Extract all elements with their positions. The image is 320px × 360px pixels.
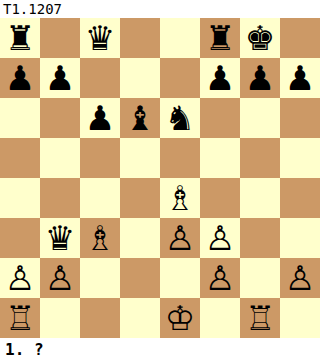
square-h5[interactable] [280,138,320,178]
square-e3[interactable]: ♙ [160,218,200,258]
square-b2[interactable]: ♙ [40,258,80,298]
square-c1[interactable] [80,298,120,338]
square-b6[interactable] [40,98,80,138]
square-d3[interactable] [120,218,160,258]
square-f4[interactable] [200,178,240,218]
square-f2[interactable]: ♙ [200,258,240,298]
move-prompt: 1. ? [0,338,320,360]
square-e8[interactable] [160,18,200,58]
square-h2[interactable]: ♙ [280,258,320,298]
puzzle-title: T1.1207 [0,0,320,18]
square-g6[interactable] [240,98,280,138]
piece-black-rook: ♜ [5,18,35,58]
piece-black-rook: ♜ [205,18,235,58]
square-a7[interactable]: ♟ [0,58,40,98]
square-g4[interactable] [240,178,280,218]
square-a8[interactable]: ♜ [0,18,40,58]
square-f8[interactable]: ♜ [200,18,240,58]
piece-white-pawn: ♙ [285,258,315,298]
square-h7[interactable]: ♟ [280,58,320,98]
square-d1[interactable] [120,298,160,338]
square-a4[interactable] [0,178,40,218]
piece-black-pawn: ♟ [85,98,115,138]
piece-white-pawn: ♙ [5,258,35,298]
square-e2[interactable] [160,258,200,298]
piece-black-pawn: ♟ [285,58,315,98]
square-f3[interactable]: ♙ [200,218,240,258]
piece-white-pawn: ♙ [165,218,195,258]
square-b3[interactable]: ♛ [40,218,80,258]
piece-white-pawn: ♙ [205,258,235,298]
square-e7[interactable] [160,58,200,98]
square-c7[interactable] [80,58,120,98]
square-e5[interactable] [160,138,200,178]
piece-white-rook: ♖ [5,298,35,338]
chess-board: ♜♛♜♚♟♟♟♟♟♟♝♞♗♛♗♙♙♙♙♙♙♖♔♖ [0,18,320,338]
square-c3[interactable]: ♗ [80,218,120,258]
square-e6[interactable]: ♞ [160,98,200,138]
square-a3[interactable] [0,218,40,258]
square-g1[interactable]: ♖ [240,298,280,338]
square-c5[interactable] [80,138,120,178]
square-d6[interactable]: ♝ [120,98,160,138]
square-g7[interactable]: ♟ [240,58,280,98]
square-h4[interactable] [280,178,320,218]
piece-black-pawn: ♟ [245,58,275,98]
square-c4[interactable] [80,178,120,218]
piece-black-pawn: ♟ [5,58,35,98]
square-e1[interactable]: ♔ [160,298,200,338]
square-b8[interactable] [40,18,80,58]
square-b7[interactable]: ♟ [40,58,80,98]
square-g3[interactable] [240,218,280,258]
piece-white-pawn: ♙ [45,258,75,298]
square-f7[interactable]: ♟ [200,58,240,98]
piece-white-bishop: ♗ [85,218,115,258]
square-b1[interactable] [40,298,80,338]
piece-black-pawn: ♟ [205,58,235,98]
square-b5[interactable] [40,138,80,178]
square-a1[interactable]: ♖ [0,298,40,338]
piece-white-bishop: ♗ [165,178,195,218]
piece-black-king: ♚ [245,18,275,58]
square-h8[interactable] [280,18,320,58]
square-c6[interactable]: ♟ [80,98,120,138]
square-d2[interactable] [120,258,160,298]
piece-white-king: ♔ [165,298,195,338]
piece-black-pawn: ♟ [45,58,75,98]
square-h1[interactable] [280,298,320,338]
square-d7[interactable] [120,58,160,98]
piece-black-knight: ♞ [165,98,195,138]
square-f1[interactable] [200,298,240,338]
square-a2[interactable]: ♙ [0,258,40,298]
square-h3[interactable] [280,218,320,258]
square-h6[interactable] [280,98,320,138]
square-f5[interactable] [200,138,240,178]
square-g8[interactable]: ♚ [240,18,280,58]
square-c2[interactable] [80,258,120,298]
square-g5[interactable] [240,138,280,178]
square-d4[interactable] [120,178,160,218]
square-d5[interactable] [120,138,160,178]
square-a5[interactable] [0,138,40,178]
piece-black-bishop: ♝ [125,98,155,138]
piece-white-rook: ♖ [245,298,275,338]
square-d8[interactable] [120,18,160,58]
square-e4[interactable]: ♗ [160,178,200,218]
piece-black-queen: ♛ [45,218,75,258]
square-c8[interactable]: ♛ [80,18,120,58]
square-g2[interactable] [240,258,280,298]
square-f6[interactable] [200,98,240,138]
square-a6[interactable] [0,98,40,138]
piece-black-queen: ♛ [85,18,115,58]
piece-white-pawn: ♙ [205,218,235,258]
square-b4[interactable] [40,178,80,218]
